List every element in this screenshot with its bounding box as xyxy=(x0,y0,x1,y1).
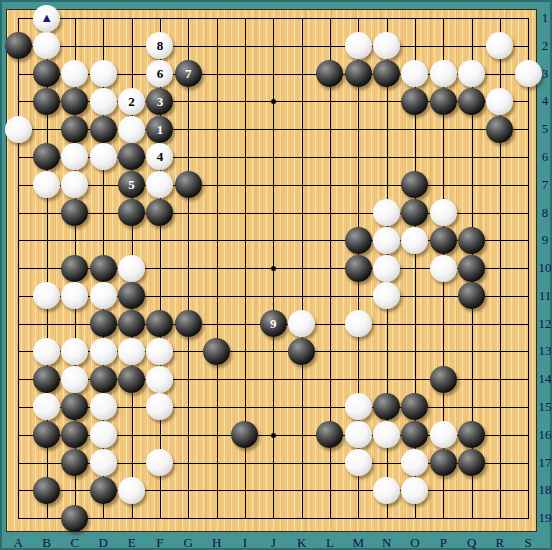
intersection-O7[interactable] xyxy=(401,171,429,199)
intersection-K15[interactable] xyxy=(287,393,315,421)
intersection-Q12[interactable] xyxy=(457,310,485,338)
intersection-A16[interactable] xyxy=(4,421,32,449)
intersection-K6[interactable] xyxy=(287,143,315,171)
intersection-Q8[interactable] xyxy=(457,199,485,227)
white-stone[interactable] xyxy=(33,338,60,365)
intersection-C9[interactable] xyxy=(61,226,89,254)
black-stone[interactable] xyxy=(458,421,485,448)
intersection-C15[interactable] xyxy=(61,393,89,421)
intersection-A1[interactable] xyxy=(4,4,32,32)
intersection-Q18[interactable] xyxy=(457,476,485,504)
intersection-N1[interactable] xyxy=(372,4,400,32)
intersection-K8[interactable] xyxy=(287,199,315,227)
intersection-J3[interactable] xyxy=(259,60,287,88)
intersection-P17[interactable] xyxy=(429,449,457,477)
intersection-A15[interactable] xyxy=(4,393,32,421)
intersection-B18[interactable] xyxy=(32,476,60,504)
intersection-B6[interactable] xyxy=(32,143,60,171)
intersection-K5[interactable] xyxy=(287,115,315,143)
black-stone[interactable] xyxy=(430,227,457,254)
intersection-P12[interactable] xyxy=(429,310,457,338)
intersection-J6[interactable] xyxy=(259,143,287,171)
intersection-H12[interactable] xyxy=(202,310,230,338)
intersection-A17[interactable] xyxy=(4,449,32,477)
intersection-F1[interactable] xyxy=(146,4,174,32)
intersection-L15[interactable] xyxy=(316,393,344,421)
intersection-R2[interactable] xyxy=(486,32,514,60)
intersection-C17[interactable] xyxy=(61,449,89,477)
black-stone[interactable] xyxy=(458,88,485,115)
intersection-F19[interactable] xyxy=(146,504,174,532)
intersection-D4[interactable] xyxy=(89,87,117,115)
white-stone[interactable] xyxy=(118,116,145,143)
intersection-E8[interactable] xyxy=(117,199,145,227)
intersection-O17[interactable] xyxy=(401,449,429,477)
intersection-N5[interactable] xyxy=(372,115,400,143)
black-stone[interactable] xyxy=(345,227,372,254)
intersection-L2[interactable] xyxy=(316,32,344,60)
intersection-I17[interactable] xyxy=(231,449,259,477)
intersection-N19[interactable] xyxy=(372,504,400,532)
intersection-F8[interactable] xyxy=(146,199,174,227)
intersection-L7[interactable] xyxy=(316,171,344,199)
intersection-D13[interactable] xyxy=(89,337,117,365)
black-stone[interactable] xyxy=(146,310,173,337)
intersection-B10[interactable] xyxy=(32,254,60,282)
intersection-D19[interactable] xyxy=(89,504,117,532)
intersection-C4[interactable] xyxy=(61,87,89,115)
black-stone[interactable] xyxy=(33,88,60,115)
intersection-N16[interactable] xyxy=(372,421,400,449)
white-stone[interactable] xyxy=(401,60,428,87)
intersection-M17[interactable] xyxy=(344,449,372,477)
intersection-L12[interactable] xyxy=(316,310,344,338)
intersection-C6[interactable] xyxy=(61,143,89,171)
black-stone[interactable] xyxy=(373,393,400,420)
white-stone[interactable] xyxy=(118,338,145,365)
intersection-B2[interactable] xyxy=(32,32,60,60)
intersection-C14[interactable] xyxy=(61,365,89,393)
intersection-H18[interactable] xyxy=(202,476,230,504)
intersection-M14[interactable] xyxy=(344,365,372,393)
intersection-N15[interactable] xyxy=(372,393,400,421)
intersection-K9[interactable] xyxy=(287,226,315,254)
black-stone[interactable] xyxy=(316,421,343,448)
intersection-Q17[interactable] xyxy=(457,449,485,477)
intersection-E13[interactable] xyxy=(117,337,145,365)
intersection-J17[interactable] xyxy=(259,449,287,477)
black-stone[interactable] xyxy=(430,366,457,393)
intersection-M19[interactable] xyxy=(344,504,372,532)
white-stone[interactable] xyxy=(486,32,513,59)
intersection-Q14[interactable] xyxy=(457,365,485,393)
black-stone[interactable] xyxy=(5,32,32,59)
black-stone[interactable] xyxy=(203,338,230,365)
intersection-J8[interactable] xyxy=(259,199,287,227)
intersection-J2[interactable] xyxy=(259,32,287,60)
intersection-L17[interactable] xyxy=(316,449,344,477)
intersection-F2[interactable]: 8 xyxy=(146,32,174,60)
intersection-E15[interactable] xyxy=(117,393,145,421)
white-stone[interactable] xyxy=(33,171,60,198)
white-stone[interactable] xyxy=(345,310,372,337)
white-stone[interactable] xyxy=(373,282,400,309)
intersection-I6[interactable] xyxy=(231,143,259,171)
intersection-H8[interactable] xyxy=(202,199,230,227)
intersection-E17[interactable] xyxy=(117,449,145,477)
intersection-N7[interactable] xyxy=(372,171,400,199)
intersection-K16[interactable] xyxy=(287,421,315,449)
intersection-J9[interactable] xyxy=(259,226,287,254)
intersection-E14[interactable] xyxy=(117,365,145,393)
white-stone[interactable] xyxy=(345,32,372,59)
intersection-F11[interactable] xyxy=(146,282,174,310)
intersection-I19[interactable] xyxy=(231,504,259,532)
intersection-L5[interactable] xyxy=(316,115,344,143)
intersection-Q9[interactable] xyxy=(457,226,485,254)
intersection-K12[interactable] xyxy=(287,310,315,338)
intersection-P4[interactable] xyxy=(429,87,457,115)
intersection-F10[interactable] xyxy=(146,254,174,282)
intersection-D14[interactable] xyxy=(89,365,117,393)
intersection-D11[interactable] xyxy=(89,282,117,310)
intersection-N9[interactable] xyxy=(372,226,400,254)
intersection-N6[interactable] xyxy=(372,143,400,171)
intersection-H11[interactable] xyxy=(202,282,230,310)
intersection-I8[interactable] xyxy=(231,199,259,227)
intersection-D15[interactable] xyxy=(89,393,117,421)
intersection-G18[interactable] xyxy=(174,476,202,504)
intersection-M1[interactable] xyxy=(344,4,372,32)
white-stone[interactable] xyxy=(373,421,400,448)
black-stone[interactable] xyxy=(430,449,457,476)
intersection-C1[interactable] xyxy=(61,4,89,32)
intersection-D2[interactable] xyxy=(89,32,117,60)
black-stone[interactable] xyxy=(486,116,513,143)
intersection-J14[interactable] xyxy=(259,365,287,393)
intersection-N13[interactable] xyxy=(372,337,400,365)
white-stone[interactable] xyxy=(90,143,117,170)
intersection-B9[interactable] xyxy=(32,226,60,254)
intersection-O12[interactable] xyxy=(401,310,429,338)
intersection-L16[interactable] xyxy=(316,421,344,449)
intersection-M2[interactable] xyxy=(344,32,372,60)
intersection-I7[interactable] xyxy=(231,171,259,199)
black-stone[interactable] xyxy=(345,255,372,282)
intersection-I2[interactable] xyxy=(231,32,259,60)
intersection-L19[interactable] xyxy=(316,504,344,532)
black-stone[interactable] xyxy=(90,310,117,337)
intersection-H16[interactable] xyxy=(202,421,230,449)
intersection-O14[interactable] xyxy=(401,365,429,393)
intersection-C12[interactable] xyxy=(61,310,89,338)
intersection-J16[interactable] xyxy=(259,421,287,449)
intersection-F18[interactable] xyxy=(146,476,174,504)
black-stone[interactable] xyxy=(458,282,485,309)
intersection-D10[interactable] xyxy=(89,254,117,282)
intersection-R12[interactable] xyxy=(486,310,514,338)
intersection-R15[interactable] xyxy=(486,393,514,421)
white-stone[interactable] xyxy=(373,477,400,504)
black-stone[interactable] xyxy=(61,199,88,226)
intersection-M15[interactable] xyxy=(344,393,372,421)
white-stone[interactable] xyxy=(345,421,372,448)
intersection-P2[interactable] xyxy=(429,32,457,60)
intersection-F15[interactable] xyxy=(146,393,174,421)
intersection-H5[interactable] xyxy=(202,115,230,143)
intersection-I13[interactable] xyxy=(231,337,259,365)
intersection-G13[interactable] xyxy=(174,337,202,365)
board-grid[interactable]: ▲867231459 xyxy=(4,4,542,532)
intersection-M5[interactable] xyxy=(344,115,372,143)
white-stone[interactable]: 4 xyxy=(146,143,173,170)
intersection-P15[interactable] xyxy=(429,393,457,421)
intersection-K3[interactable] xyxy=(287,60,315,88)
white-stone[interactable]: 6 xyxy=(146,60,173,87)
intersection-E7[interactable]: 5 xyxy=(117,171,145,199)
intersection-F5[interactable]: 1 xyxy=(146,115,174,143)
intersection-B16[interactable] xyxy=(32,421,60,449)
intersection-P14[interactable] xyxy=(429,365,457,393)
intersection-G17[interactable] xyxy=(174,449,202,477)
intersection-E9[interactable] xyxy=(117,226,145,254)
intersection-G1[interactable] xyxy=(174,4,202,32)
intersection-I10[interactable] xyxy=(231,254,259,282)
intersection-N10[interactable] xyxy=(372,254,400,282)
intersection-G2[interactable] xyxy=(174,32,202,60)
black-stone[interactable] xyxy=(401,393,428,420)
intersection-Q11[interactable] xyxy=(457,282,485,310)
intersection-D17[interactable] xyxy=(89,449,117,477)
intersection-O10[interactable] xyxy=(401,254,429,282)
intersection-G6[interactable] xyxy=(174,143,202,171)
intersection-N3[interactable] xyxy=(372,60,400,88)
white-stone[interactable] xyxy=(401,227,428,254)
intersection-R16[interactable] xyxy=(486,421,514,449)
black-stone[interactable]: 7 xyxy=(175,60,202,87)
intersection-I11[interactable] xyxy=(231,282,259,310)
intersection-A12[interactable] xyxy=(4,310,32,338)
intersection-Q7[interactable] xyxy=(457,171,485,199)
white-stone[interactable] xyxy=(33,393,60,420)
intersection-H6[interactable] xyxy=(202,143,230,171)
intersection-M18[interactable] xyxy=(344,476,372,504)
intersection-H7[interactable] xyxy=(202,171,230,199)
intersection-I12[interactable] xyxy=(231,310,259,338)
intersection-D12[interactable] xyxy=(89,310,117,338)
intersection-B13[interactable] xyxy=(32,337,60,365)
intersection-C5[interactable] xyxy=(61,115,89,143)
intersection-A7[interactable] xyxy=(4,171,32,199)
intersection-M16[interactable] xyxy=(344,421,372,449)
intersection-D8[interactable] xyxy=(89,199,117,227)
intersection-F12[interactable] xyxy=(146,310,174,338)
black-stone[interactable]: 3 xyxy=(146,88,173,115)
black-stone[interactable] xyxy=(61,449,88,476)
black-stone[interactable] xyxy=(118,143,145,170)
black-stone[interactable] xyxy=(118,310,145,337)
intersection-K11[interactable] xyxy=(287,282,315,310)
intersection-Q6[interactable] xyxy=(457,143,485,171)
intersection-Q19[interactable] xyxy=(457,504,485,532)
black-stone[interactable] xyxy=(61,255,88,282)
white-stone[interactable] xyxy=(90,338,117,365)
black-stone[interactable]: 1 xyxy=(146,116,173,143)
white-stone[interactable] xyxy=(90,60,117,87)
intersection-C2[interactable] xyxy=(61,32,89,60)
intersection-F4[interactable]: 3 xyxy=(146,87,174,115)
intersection-P19[interactable] xyxy=(429,504,457,532)
black-stone[interactable]: 5 xyxy=(118,171,145,198)
white-stone[interactable] xyxy=(146,171,173,198)
intersection-A11[interactable] xyxy=(4,282,32,310)
black-stone[interactable] xyxy=(90,477,117,504)
intersection-B15[interactable] xyxy=(32,393,60,421)
intersection-O2[interactable] xyxy=(401,32,429,60)
intersection-R11[interactable] xyxy=(486,282,514,310)
intersection-L9[interactable] xyxy=(316,226,344,254)
intersection-C10[interactable] xyxy=(61,254,89,282)
black-stone[interactable] xyxy=(90,255,117,282)
intersection-C13[interactable] xyxy=(61,337,89,365)
white-stone[interactable] xyxy=(118,477,145,504)
intersection-Q10[interactable] xyxy=(457,254,485,282)
intersection-R3[interactable] xyxy=(486,60,514,88)
white-stone[interactable] xyxy=(430,255,457,282)
intersection-D18[interactable] xyxy=(89,476,117,504)
intersection-H4[interactable] xyxy=(202,87,230,115)
intersection-F17[interactable] xyxy=(146,449,174,477)
intersection-O1[interactable] xyxy=(401,4,429,32)
black-stone[interactable]: 9 xyxy=(260,310,287,337)
intersection-N12[interactable] xyxy=(372,310,400,338)
white-stone[interactable] xyxy=(430,421,457,448)
intersection-B5[interactable] xyxy=(32,115,60,143)
intersection-E5[interactable] xyxy=(117,115,145,143)
intersection-D16[interactable] xyxy=(89,421,117,449)
intersection-I4[interactable] xyxy=(231,87,259,115)
intersection-O15[interactable] xyxy=(401,393,429,421)
intersection-Q3[interactable] xyxy=(457,60,485,88)
black-stone[interactable] xyxy=(401,88,428,115)
intersection-Q13[interactable] xyxy=(457,337,485,365)
intersection-N18[interactable] xyxy=(372,476,400,504)
white-stone[interactable] xyxy=(90,282,117,309)
intersection-A19[interactable] xyxy=(4,504,32,532)
intersection-F6[interactable]: 4 xyxy=(146,143,174,171)
white-stone[interactable]: ▲ xyxy=(33,5,60,32)
black-stone[interactable] xyxy=(118,199,145,226)
intersection-A6[interactable] xyxy=(4,143,32,171)
white-stone[interactable]: 2 xyxy=(118,88,145,115)
intersection-D5[interactable] xyxy=(89,115,117,143)
intersection-H15[interactable] xyxy=(202,393,230,421)
white-stone[interactable] xyxy=(373,32,400,59)
intersection-O13[interactable] xyxy=(401,337,429,365)
intersection-C11[interactable] xyxy=(61,282,89,310)
intersection-P18[interactable] xyxy=(429,476,457,504)
intersection-K2[interactable] xyxy=(287,32,315,60)
intersection-G19[interactable] xyxy=(174,504,202,532)
intersection-O19[interactable] xyxy=(401,504,429,532)
intersection-R4[interactable] xyxy=(486,87,514,115)
intersection-D7[interactable] xyxy=(89,171,117,199)
black-stone[interactable] xyxy=(118,282,145,309)
intersection-R18[interactable] xyxy=(486,476,514,504)
intersection-R5[interactable] xyxy=(486,115,514,143)
intersection-Q15[interactable] xyxy=(457,393,485,421)
intersection-B17[interactable] xyxy=(32,449,60,477)
intersection-P13[interactable] xyxy=(429,337,457,365)
intersection-G3[interactable]: 7 xyxy=(174,60,202,88)
intersection-C8[interactable] xyxy=(61,199,89,227)
intersection-E10[interactable] xyxy=(117,254,145,282)
black-stone[interactable] xyxy=(33,143,60,170)
intersection-D1[interactable] xyxy=(89,4,117,32)
black-stone[interactable] xyxy=(430,88,457,115)
intersection-G8[interactable] xyxy=(174,199,202,227)
intersection-L3[interactable] xyxy=(316,60,344,88)
black-stone[interactable] xyxy=(90,116,117,143)
intersection-J10[interactable] xyxy=(259,254,287,282)
intersection-J5[interactable] xyxy=(259,115,287,143)
intersection-D9[interactable] xyxy=(89,226,117,254)
intersection-O8[interactable] xyxy=(401,199,429,227)
white-stone[interactable] xyxy=(373,227,400,254)
intersection-H3[interactable] xyxy=(202,60,230,88)
white-stone[interactable] xyxy=(146,366,173,393)
intersection-O18[interactable] xyxy=(401,476,429,504)
intersection-Q5[interactable] xyxy=(457,115,485,143)
intersection-B19[interactable] xyxy=(32,504,60,532)
intersection-R19[interactable] xyxy=(486,504,514,532)
white-stone[interactable] xyxy=(486,88,513,115)
intersection-A9[interactable] xyxy=(4,226,32,254)
white-stone[interactable]: 8 xyxy=(146,32,173,59)
black-stone[interactable] xyxy=(33,421,60,448)
intersection-J13[interactable] xyxy=(259,337,287,365)
intersection-N2[interactable] xyxy=(372,32,400,60)
intersection-E16[interactable] xyxy=(117,421,145,449)
intersection-B14[interactable] xyxy=(32,365,60,393)
intersection-E6[interactable] xyxy=(117,143,145,171)
intersection-P7[interactable] xyxy=(429,171,457,199)
intersection-J12[interactable]: 9 xyxy=(259,310,287,338)
intersection-N14[interactable] xyxy=(372,365,400,393)
intersection-I14[interactable] xyxy=(231,365,259,393)
intersection-O16[interactable] xyxy=(401,421,429,449)
intersection-L10[interactable] xyxy=(316,254,344,282)
intersection-K1[interactable] xyxy=(287,4,315,32)
white-stone[interactable] xyxy=(401,449,428,476)
intersection-J4[interactable] xyxy=(259,87,287,115)
white-stone[interactable] xyxy=(401,477,428,504)
black-stone[interactable] xyxy=(401,199,428,226)
intersection-E4[interactable]: 2 xyxy=(117,87,145,115)
intersection-F7[interactable] xyxy=(146,171,174,199)
intersection-C7[interactable] xyxy=(61,171,89,199)
intersection-H13[interactable] xyxy=(202,337,230,365)
black-stone[interactable] xyxy=(61,505,88,532)
intersection-N8[interactable] xyxy=(372,199,400,227)
intersection-G16[interactable] xyxy=(174,421,202,449)
intersection-B8[interactable] xyxy=(32,199,60,227)
intersection-G12[interactable] xyxy=(174,310,202,338)
white-stone[interactable] xyxy=(458,60,485,87)
black-stone[interactable] xyxy=(345,60,372,87)
intersection-F14[interactable] xyxy=(146,365,174,393)
white-stone[interactable] xyxy=(146,449,173,476)
